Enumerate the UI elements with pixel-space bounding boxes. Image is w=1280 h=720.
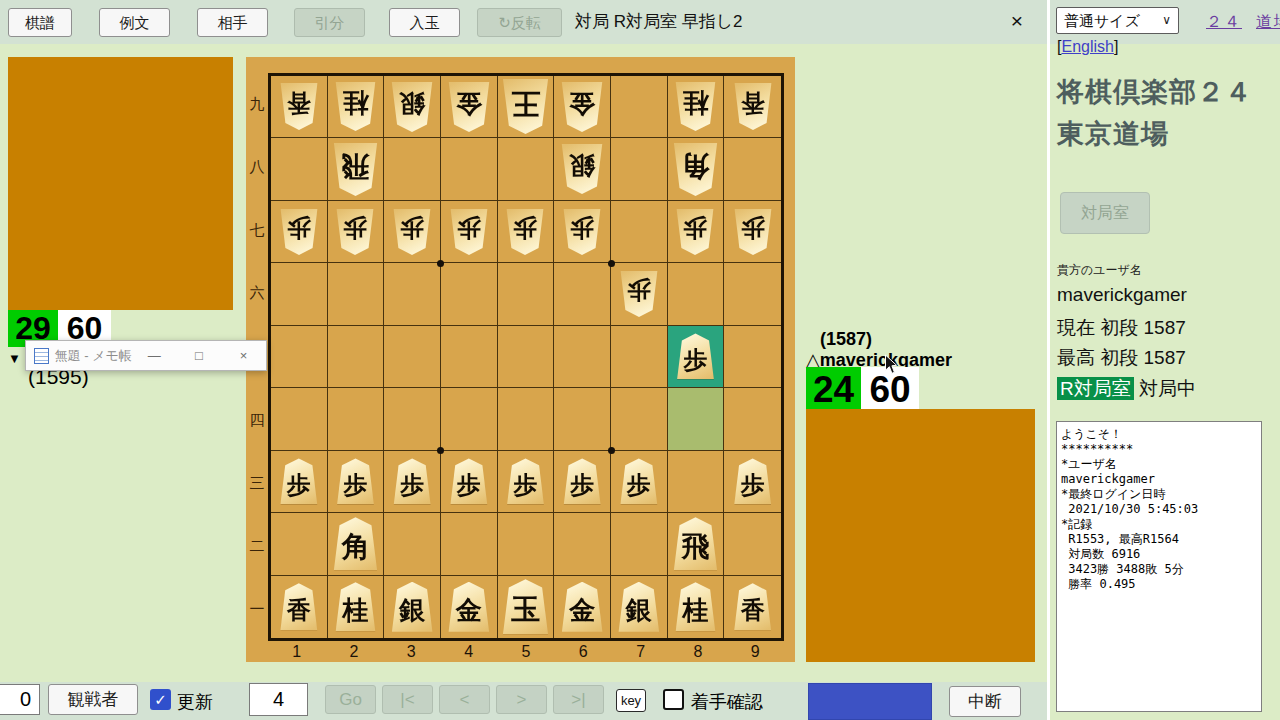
board-cell-6二[interactable] [554,513,611,575]
hoshi-dot [437,260,444,267]
hoshi-dot [608,447,615,454]
english-link[interactable]: [English] [1057,38,1118,56]
board-cell-4九[interactable]: 金 [441,76,498,138]
file-label-5: 5 [497,643,554,662]
board-cell-5五[interactable] [498,326,555,388]
board-cell-4六[interactable] [441,263,498,325]
link-24[interactable]: ２４ [1206,12,1242,33]
file-label-2: 2 [325,643,382,662]
size-select[interactable]: 普通サイズ ∨ [1056,7,1179,34]
rank-label-七: 七 [246,199,268,262]
rank-label-九: 九 [246,73,268,136]
board-cell-6六[interactable] [554,263,611,325]
shogi-piece-歩-sente[interactable]: 歩 [392,209,432,255]
shogi-piece-金-gote[interactable]: 金 [447,582,491,632]
board-cell-5四[interactable] [498,388,555,450]
shogi-piece-王-sente[interactable]: 王 [501,79,550,134]
last-move-button: >| [553,685,604,714]
next-move-button: > [496,685,547,714]
rank-label-八: 八 [246,136,268,199]
opponent-side-marker: ▼ [8,351,21,366]
board-cell-3二[interactable] [384,513,441,575]
notepad-title: 無題 - メモ帳 [55,347,132,365]
flip-board-button: ↻反転 [477,8,562,37]
move-number-input[interactable]: 4 [249,683,308,716]
shogi-piece-歩-gote[interactable]: 歩 [562,458,602,504]
current-rank: 現在 初段 1587 [1057,315,1186,341]
shogi-piece-香-gote[interactable]: 香 [279,583,319,630]
board-cell-2二[interactable]: 角 [328,513,385,575]
server-console[interactable]: ようこそ！ ********** *ユーザ名 maverickgamer *最終… [1056,421,1262,712]
shogi-piece-角-sente[interactable]: 角 [672,143,719,196]
username-label: 貴方のユーザ名 [1057,262,1142,279]
spectator-count-input[interactable]: 0 [0,684,40,715]
board-frame: 香桂銀金王金桂香飛銀角歩歩歩歩歩歩歩歩歩歩歩歩歩歩歩歩歩歩角飛香桂銀金玉金銀桂香 [268,73,784,641]
board-cell-3七[interactable]: 歩 [384,201,441,263]
board-cell-1一[interactable]: 香 [271,576,328,638]
board-cell-7五[interactable] [611,326,668,388]
shogi-piece-金-sente[interactable]: 金 [447,82,491,132]
shogi-board-area: 九八七六五四三二一 香桂銀金王金桂香飛銀角歩歩歩歩歩歩歩歩歩歩歩歩歩歩歩歩歩歩角… [246,57,795,662]
shogi-piece-歩-gote[interactable]: 歩 [675,333,715,379]
board-cell-8二[interactable]: 飛 [668,513,725,575]
board-cell-2六[interactable] [328,263,385,325]
board-cell-2八[interactable]: 飛 [328,138,385,200]
board-cell-9六[interactable] [724,263,781,325]
shogi-board[interactable]: 香桂銀金王金桂香飛銀角歩歩歩歩歩歩歩歩歩歩歩歩歩歩歩歩歩歩角飛香桂銀金玉金銀桂香 [271,76,781,638]
column-divider [1047,0,1050,720]
update-label: 更新 [177,690,213,714]
prev-move-button: < [439,685,490,714]
board-cell-3五[interactable] [384,326,441,388]
notepad-window[interactable]: 無題 - メモ帳 — □ × [25,340,267,371]
board-cell-7一[interactable]: 銀 [611,576,668,638]
shogi-piece-歩-gote[interactable]: 歩 [335,458,375,504]
reibun-button[interactable]: 例文 [99,8,170,37]
shogi-piece-金-gote[interactable]: 金 [560,582,604,632]
file-label-9: 9 [727,643,784,662]
board-cell-3一[interactable]: 銀 [384,576,441,638]
board-cell-8六[interactable] [668,263,725,325]
file-label-7: 7 [612,643,669,662]
shogi-piece-玉-gote[interactable]: 玉 [501,579,550,634]
confirm-move-checkbox[interactable] [663,689,684,710]
room-badge: R対局室 [1057,377,1134,400]
hoshi-dot [608,260,615,267]
board-cell-5六[interactable] [498,263,555,325]
board-cell-5八[interactable] [498,138,555,200]
first-move-button: |< [382,685,433,714]
board-cell-4四[interactable] [441,388,498,450]
self-clock: 24 60 [806,367,919,412]
best-rank: 最高 初段 1587 [1057,345,1186,371]
file-label-3: 3 [383,643,440,662]
board-cell-5七[interactable]: 歩 [498,201,555,263]
shogi-piece-歩-sente[interactable]: 歩 [505,209,545,255]
board-cell-7八[interactable] [611,138,668,200]
file-label-4: 4 [440,643,497,662]
board-cell-1八[interactable] [271,138,328,200]
shogi-piece-桂-sente[interactable]: 桂 [674,82,717,131]
board-cell-1四[interactable] [271,388,328,450]
board-cell-1二[interactable] [271,513,328,575]
draw-button: 引分 [294,8,365,37]
status-row: R対局室 対局中 [1057,376,1196,402]
rank-label-二: 二 [246,515,268,578]
board-cell-7三[interactable]: 歩 [611,451,668,513]
shogi-piece-歩-sente[interactable]: 歩 [562,209,602,255]
shogi-piece-銀-gote[interactable]: 銀 [617,582,661,632]
file-label-8: 8 [669,643,726,662]
close-icon[interactable]: × [1002,6,1032,36]
board-cell-4一[interactable]: 金 [441,576,498,638]
board-cell-1五[interactable] [271,326,328,388]
key-button[interactable]: key [616,689,646,712]
board-cell-9七[interactable]: 歩 [724,201,781,263]
shogi-piece-桂-sente[interactable]: 桂 [334,82,377,131]
shogi-piece-歩-sente[interactable]: 歩 [733,209,773,255]
interrupt-button[interactable]: 中断 [949,686,1021,717]
board-cell-6一[interactable]: 金 [554,576,611,638]
notepad-icon [34,348,49,364]
file-label-6: 6 [555,643,612,662]
board-cell-3九[interactable]: 銀 [384,76,441,138]
aite-button[interactable]: 相手 [197,8,268,37]
site-title-line2: 東京道場 [1057,116,1169,152]
spectators-button[interactable]: 観戦者 [48,684,138,715]
shogi-piece-銀-gote[interactable]: 銀 [390,582,434,632]
shogi-piece-歩-gote[interactable]: 歩 [619,458,659,504]
board-cell-1六[interactable] [271,263,328,325]
site-title-line1: 将棋倶楽部２４ [1057,74,1253,110]
bracket: ] [1114,38,1118,55]
shogi-piece-香-sente[interactable]: 香 [733,83,773,130]
shogi-piece-歩-gote[interactable]: 歩 [449,458,489,504]
shogi-piece-歩-sente[interactable]: 歩 [449,209,489,255]
board-cell-2四[interactable] [328,388,385,450]
shogi-piece-歩-sente[interactable]: 歩 [279,209,319,255]
maximize-icon[interactable]: □ [177,348,222,363]
confirm-move-label: 着手確認 [691,690,763,714]
board-cell-7六[interactable]: 歩 [611,263,668,325]
board-cell-3四[interactable] [384,388,441,450]
rank-label-三: 三 [246,452,268,515]
file-labels: 123456789 [268,643,784,662]
board-cell-1三[interactable]: 歩 [271,451,328,513]
board-cell-4五[interactable] [441,326,498,388]
go-button: Go [325,685,376,714]
close-window-icon[interactable]: × [221,348,266,363]
window-title: 対局 R対局室 早指し2 [575,0,743,44]
chevron-down-icon: ∨ [1162,8,1171,33]
english-link-text[interactable]: English [1061,38,1113,55]
self-clock-main: 24 [806,367,861,412]
link-dojo[interactable]: 道場 [1256,12,1280,33]
board-cell-6七[interactable]: 歩 [554,201,611,263]
board-cell-8七[interactable]: 歩 [668,201,725,263]
board-cell-1九[interactable]: 香 [271,76,328,138]
board-cell-8八[interactable]: 角 [668,138,725,200]
shogi-piece-香-sente[interactable]: 香 [279,83,319,130]
board-cell-6九[interactable]: 金 [554,76,611,138]
shogi-piece-金-sente[interactable]: 金 [560,82,604,132]
shogi-piece-桂-gote[interactable]: 桂 [674,582,717,631]
board-cell-6五[interactable] [554,326,611,388]
shogi-piece-銀-sente[interactable]: 銀 [390,82,434,132]
update-checkbox[interactable]: ✓ [150,689,171,710]
shogi-piece-歩-gote[interactable]: 歩 [279,458,319,504]
room-button: 対局室 [1060,192,1150,234]
board-cell-2五[interactable] [328,326,385,388]
board-cell-8五[interactable]: 歩 [668,326,725,388]
shogi-piece-香-gote[interactable]: 香 [733,583,773,630]
shogi-piece-歩-sente[interactable]: 歩 [335,209,375,255]
board-cell-3三[interactable]: 歩 [384,451,441,513]
board-cell-7二[interactable] [611,513,668,575]
board-cell-5三[interactable]: 歩 [498,451,555,513]
board-cell-5九[interactable]: 王 [498,76,555,138]
kifu-button[interactable]: 棋譜 [8,8,72,37]
board-cell-4七[interactable]: 歩 [441,201,498,263]
board-cell-9五[interactable] [724,326,781,388]
board-cell-3八[interactable] [384,138,441,200]
shogi-piece-歩-sente[interactable]: 歩 [675,209,715,255]
username-value: maverickgamer [1057,284,1187,306]
self-panel [806,409,1035,662]
board-cell-4二[interactable] [441,513,498,575]
board-cell-2三[interactable]: 歩 [328,451,385,513]
shogi-piece-桂-gote[interactable]: 桂 [334,582,377,631]
rank-label-一: 一 [246,578,268,641]
shogi-piece-歩-sente[interactable]: 歩 [619,271,659,317]
board-cell-9一[interactable]: 香 [724,576,781,638]
board-cell-9四[interactable] [724,388,781,450]
board-cell-8三[interactable] [668,451,725,513]
shogi-piece-飛-gote[interactable]: 飛 [672,517,719,570]
shogi-piece-歩-gote[interactable]: 歩 [392,458,432,504]
board-cell-8四[interactable] [668,388,725,450]
shogi-piece-歩-gote[interactable]: 歩 [505,458,545,504]
board-cell-4八[interactable] [441,138,498,200]
blue-action-button[interactable] [808,683,932,720]
shogi-piece-銀-sente[interactable]: 銀 [560,144,604,194]
board-cell-5二[interactable] [498,513,555,575]
file-label-1: 1 [268,643,325,662]
board-cell-9九[interactable]: 香 [724,76,781,138]
nyugyoku-button[interactable]: 入玉 [389,8,460,37]
rank-label-四: 四 [246,389,268,452]
board-cell-6四[interactable] [554,388,611,450]
board-cell-9八[interactable] [724,138,781,200]
board-cell-9二[interactable] [724,513,781,575]
board-cell-7九[interactable] [611,76,668,138]
shogi-piece-歩-gote[interactable]: 歩 [733,458,773,504]
board-cell-1七[interactable]: 歩 [271,201,328,263]
self-rating: (1587) [820,329,872,350]
minimize-icon[interactable]: — [132,348,177,363]
rank-label-六: 六 [246,262,268,325]
board-cell-3六[interactable] [384,263,441,325]
board-cell-6八[interactable]: 銀 [554,138,611,200]
size-select-value: 普通サイズ [1064,12,1140,29]
board-cell-4三[interactable]: 歩 [441,451,498,513]
board-cell-2七[interactable]: 歩 [328,201,385,263]
mouse-cursor [884,354,899,375]
board-cell-7七[interactable] [611,201,668,263]
status-text: 対局中 [1139,378,1196,399]
board-cell-6三[interactable]: 歩 [554,451,611,513]
board-cell-8九[interactable]: 桂 [668,76,725,138]
shogi-piece-角-gote[interactable]: 角 [332,517,379,570]
opponent-panel [8,57,233,310]
board-cell-9三[interactable]: 歩 [724,451,781,513]
hoshi-dot [437,447,444,454]
shogi-piece-飛-sente[interactable]: 飛 [332,143,379,196]
board-cell-2一[interactable]: 桂 [328,576,385,638]
board-cell-7四[interactable] [611,388,668,450]
board-cell-2九[interactable]: 桂 [328,76,385,138]
board-cell-8一[interactable]: 桂 [668,576,725,638]
board-cell-5一[interactable]: 玉 [498,576,555,638]
